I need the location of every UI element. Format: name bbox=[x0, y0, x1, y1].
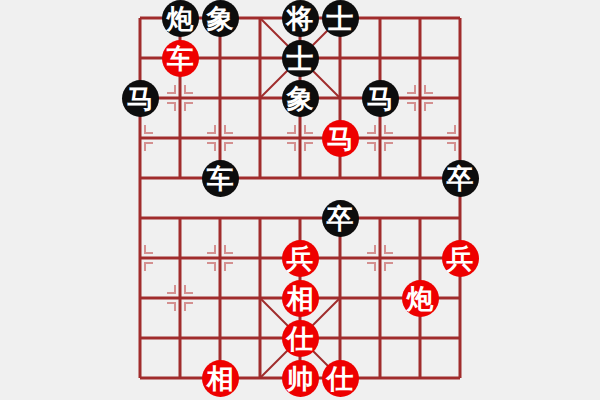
black-elephant[interactable]: 象 bbox=[202, 0, 239, 37]
red-soldier[interactable]: 兵 bbox=[442, 240, 479, 277]
red-advisor[interactable]: 仕 bbox=[322, 360, 359, 397]
black-cannon[interactable]: 炮 bbox=[162, 0, 199, 37]
black-soldier[interactable]: 卒 bbox=[442, 160, 479, 197]
black-general[interactable]: 将 bbox=[282, 0, 319, 37]
red-soldier[interactable]: 兵 bbox=[282, 240, 319, 277]
xiangqi-app: 炮象将士车士马象马马车卒卒兵兵相炮仕相帅仕 bbox=[0, 0, 600, 400]
red-horse[interactable]: 马 bbox=[322, 120, 359, 157]
red-elephant[interactable]: 相 bbox=[282, 280, 319, 317]
red-general[interactable]: 帅 bbox=[282, 360, 319, 397]
black-elephant[interactable]: 象 bbox=[282, 80, 319, 117]
black-horse[interactable]: 马 bbox=[362, 80, 399, 117]
red-advisor[interactable]: 仕 bbox=[282, 320, 319, 357]
black-advisor[interactable]: 士 bbox=[322, 0, 359, 37]
black-advisor[interactable]: 士 bbox=[282, 40, 319, 77]
black-chariot[interactable]: 车 bbox=[202, 160, 239, 197]
red-chariot[interactable]: 车 bbox=[162, 40, 199, 77]
red-cannon[interactable]: 炮 bbox=[402, 280, 439, 317]
piece-grid: 炮象将士车士马象马马车卒卒兵兵相炮仕相帅仕 bbox=[120, 0, 480, 398]
red-elephant[interactable]: 相 bbox=[202, 360, 239, 397]
black-horse[interactable]: 马 bbox=[122, 80, 159, 117]
black-soldier[interactable]: 卒 bbox=[322, 200, 359, 237]
